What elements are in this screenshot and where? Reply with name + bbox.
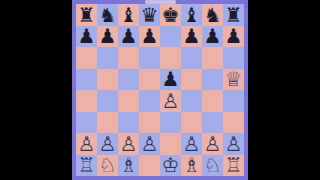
piece-white-pawn[interactable]: ♙ xyxy=(204,133,222,153)
square-b4[interactable] xyxy=(97,90,118,112)
piece-white-pawn[interactable]: ♙ xyxy=(78,133,96,153)
piece-black-pawn[interactable]: ♟ xyxy=(225,26,243,46)
square-h1[interactable]: ♖ xyxy=(223,155,244,177)
square-g6[interactable] xyxy=(202,47,223,69)
square-c4[interactable] xyxy=(118,90,139,112)
square-g3[interactable] xyxy=(202,112,223,134)
piece-white-pawn[interactable]: ♙ xyxy=(183,133,201,153)
video-frame: ♜♞♝♛♚♝♞♜♟♟♟♟♟♟♟♟♕♙♙♙♙♙♙♙♙♖♘♗♔♗♘♖ xyxy=(0,0,320,180)
square-a1[interactable]: ♖ xyxy=(76,155,97,177)
square-d6[interactable] xyxy=(139,47,160,69)
square-d3[interactable] xyxy=(139,112,160,134)
square-f8[interactable]: ♝ xyxy=(181,4,202,26)
piece-black-pawn[interactable]: ♟ xyxy=(99,26,117,46)
square-c2[interactable]: ♙ xyxy=(118,133,139,155)
square-h4[interactable] xyxy=(223,90,244,112)
square-d4[interactable] xyxy=(139,90,160,112)
square-b5[interactable] xyxy=(97,69,118,91)
piece-white-knight[interactable]: ♘ xyxy=(204,155,222,175)
piece-white-pawn[interactable]: ♙ xyxy=(141,133,159,153)
square-f5[interactable] xyxy=(181,69,202,91)
square-e1[interactable]: ♔ xyxy=(160,155,181,177)
piece-black-rook[interactable]: ♜ xyxy=(78,4,96,24)
piece-black-pawn[interactable]: ♟ xyxy=(162,69,180,89)
square-c3[interactable] xyxy=(118,112,139,134)
piece-white-rook[interactable]: ♖ xyxy=(78,155,96,175)
square-f6[interactable] xyxy=(181,47,202,69)
square-h6[interactable] xyxy=(223,47,244,69)
square-d5[interactable] xyxy=(139,69,160,91)
square-a6[interactable] xyxy=(76,47,97,69)
piece-white-pawn[interactable]: ♙ xyxy=(99,133,117,153)
square-d7[interactable]: ♟ xyxy=(139,26,160,48)
square-a3[interactable] xyxy=(76,112,97,134)
piece-black-pawn[interactable]: ♟ xyxy=(78,26,96,46)
piece-black-pawn[interactable]: ♟ xyxy=(120,26,138,46)
letterbox-right xyxy=(248,0,320,180)
square-a2[interactable]: ♙ xyxy=(76,133,97,155)
piece-white-pawn[interactable]: ♙ xyxy=(120,133,138,153)
square-c1[interactable]: ♗ xyxy=(118,155,139,177)
square-h7[interactable]: ♟ xyxy=(223,26,244,48)
square-c5[interactable] xyxy=(118,69,139,91)
piece-white-queen[interactable]: ♕ xyxy=(225,69,243,89)
square-e8[interactable]: ♚ xyxy=(160,4,181,26)
piece-black-bishop[interactable]: ♝ xyxy=(120,4,138,24)
piece-white-king[interactable]: ♔ xyxy=(162,155,180,175)
square-a4[interactable] xyxy=(76,90,97,112)
chess-board: ♜♞♝♛♚♝♞♜♟♟♟♟♟♟♟♟♕♙♙♙♙♙♙♙♙♖♘♗♔♗♘♖ xyxy=(76,4,244,176)
piece-white-pawn[interactable]: ♙ xyxy=(162,90,180,110)
square-d8[interactable]: ♛ xyxy=(139,4,160,26)
square-c6[interactable] xyxy=(118,47,139,69)
piece-black-bishop[interactable]: ♝ xyxy=(183,4,201,24)
square-e6[interactable] xyxy=(160,47,181,69)
square-h5[interactable]: ♕ xyxy=(223,69,244,91)
square-b2[interactable]: ♙ xyxy=(97,133,118,155)
piece-white-rook[interactable]: ♖ xyxy=(225,155,243,175)
square-a8[interactable]: ♜ xyxy=(76,4,97,26)
square-e3[interactable] xyxy=(160,112,181,134)
piece-black-queen[interactable]: ♛ xyxy=(141,4,159,24)
square-g1[interactable]: ♘ xyxy=(202,155,223,177)
square-f4[interactable] xyxy=(181,90,202,112)
square-a5[interactable] xyxy=(76,69,97,91)
square-e7[interactable] xyxy=(160,26,181,48)
square-e2[interactable] xyxy=(160,133,181,155)
square-h8[interactable]: ♜ xyxy=(223,4,244,26)
letterbox-left xyxy=(0,0,72,180)
square-g8[interactable]: ♞ xyxy=(202,4,223,26)
square-b6[interactable] xyxy=(97,47,118,69)
square-g5[interactable] xyxy=(202,69,223,91)
watermark-illegible xyxy=(145,0,176,4)
square-h2[interactable]: ♙ xyxy=(223,133,244,155)
square-c8[interactable]: ♝ xyxy=(118,4,139,26)
square-f3[interactable] xyxy=(181,112,202,134)
piece-black-pawn[interactable]: ♟ xyxy=(141,26,159,46)
piece-black-pawn[interactable]: ♟ xyxy=(204,26,222,46)
piece-black-pawn[interactable]: ♟ xyxy=(183,26,201,46)
chess-board-frame: ♜♞♝♛♚♝♞♜♟♟♟♟♟♟♟♟♕♙♙♙♙♙♙♙♙♖♘♗♔♗♘♖ xyxy=(72,0,248,180)
piece-white-knight[interactable]: ♘ xyxy=(99,155,117,175)
piece-black-knight[interactable]: ♞ xyxy=(99,4,117,24)
piece-white-bishop[interactable]: ♗ xyxy=(120,155,138,175)
square-e5[interactable]: ♟ xyxy=(160,69,181,91)
square-g7[interactable]: ♟ xyxy=(202,26,223,48)
square-g2[interactable]: ♙ xyxy=(202,133,223,155)
square-f2[interactable]: ♙ xyxy=(181,133,202,155)
square-g4[interactable] xyxy=(202,90,223,112)
square-b3[interactable] xyxy=(97,112,118,134)
square-c7[interactable]: ♟ xyxy=(118,26,139,48)
square-d1[interactable] xyxy=(139,155,160,177)
square-a7[interactable]: ♟ xyxy=(76,26,97,48)
square-h3[interactable] xyxy=(223,112,244,134)
piece-black-rook[interactable]: ♜ xyxy=(225,4,243,24)
square-e4[interactable]: ♙ xyxy=(160,90,181,112)
piece-white-pawn[interactable]: ♙ xyxy=(225,133,243,153)
square-b8[interactable]: ♞ xyxy=(97,4,118,26)
piece-white-bishop[interactable]: ♗ xyxy=(183,155,201,175)
square-f7[interactable]: ♟ xyxy=(181,26,202,48)
square-f1[interactable]: ♗ xyxy=(181,155,202,177)
square-b7[interactable]: ♟ xyxy=(97,26,118,48)
square-d2[interactable]: ♙ xyxy=(139,133,160,155)
piece-black-knight[interactable]: ♞ xyxy=(204,4,222,24)
square-b1[interactable]: ♘ xyxy=(97,155,118,177)
piece-black-king[interactable]: ♚ xyxy=(162,4,180,24)
